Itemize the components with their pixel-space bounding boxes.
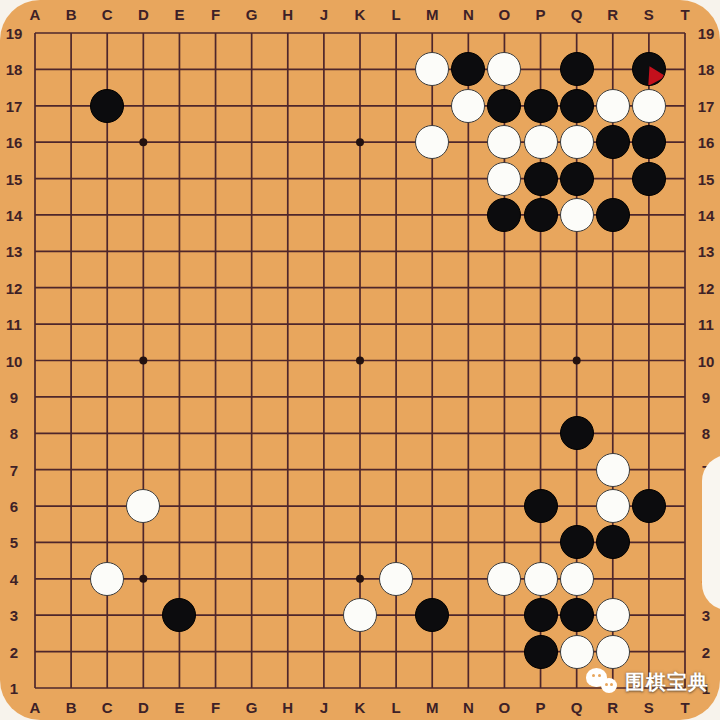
- black-stone-Q3: [560, 598, 594, 632]
- column-label-bottom: T: [680, 699, 689, 716]
- white-stone-R2: [596, 635, 630, 669]
- row-label-left: 18: [6, 61, 23, 78]
- column-label-top: J: [320, 6, 328, 23]
- row-label-right: 17: [698, 97, 715, 114]
- column-label-top: D: [138, 6, 149, 23]
- right-edge-panel-notch: [702, 455, 720, 610]
- row-label-right: 19: [698, 25, 715, 42]
- black-stone-R14: [596, 198, 630, 232]
- black-stone-P2: [524, 635, 558, 669]
- row-label-right: 12: [698, 279, 715, 296]
- app-watermark: 围棋宝典: [586, 666, 709, 698]
- column-label-bottom: N: [463, 699, 474, 716]
- white-stone-Q14: [560, 198, 594, 232]
- black-stone-S15: [632, 162, 666, 196]
- white-stone-Q16: [560, 125, 594, 159]
- go-board[interactable]: AABBCCDDEEFFGGHHJJKKLLMMNNOOPPQQRRSSTT19…: [0, 0, 720, 720]
- column-label-bottom: M: [426, 699, 439, 716]
- row-label-right: 14: [698, 206, 715, 223]
- column-label-top: K: [355, 6, 366, 23]
- row-label-left: 9: [10, 388, 18, 405]
- row-label-left: 19: [6, 25, 23, 42]
- column-label-bottom: C: [102, 699, 113, 716]
- star-point: [573, 357, 581, 365]
- row-label-right: 18: [698, 61, 715, 78]
- star-point: [356, 575, 364, 583]
- column-label-bottom: A: [30, 699, 41, 716]
- column-label-bottom: B: [66, 699, 77, 716]
- white-stone-R7: [596, 453, 630, 487]
- column-label-bottom: O: [499, 699, 511, 716]
- white-stone-Q4: [560, 562, 594, 596]
- black-stone-Q15: [560, 162, 594, 196]
- column-label-top: O: [499, 6, 511, 23]
- black-stone-P3: [524, 598, 558, 632]
- row-label-left: 13: [6, 243, 23, 260]
- row-label-right: 11: [698, 316, 714, 333]
- wechat-icon: [586, 667, 620, 697]
- black-stone-O17: [487, 89, 521, 123]
- column-label-top: A: [30, 6, 41, 23]
- last-move-marker: [633, 53, 665, 85]
- column-label-top: C: [102, 6, 113, 23]
- black-stone-R16: [596, 125, 630, 159]
- black-stone-R5: [596, 525, 630, 559]
- column-label-bottom: F: [211, 699, 220, 716]
- row-label-left: 4: [10, 570, 18, 587]
- column-label-top: L: [392, 6, 401, 23]
- column-label-top: N: [463, 6, 474, 23]
- row-label-left: 10: [6, 352, 23, 369]
- row-label-left: 12: [6, 279, 23, 296]
- column-label-bottom: R: [607, 699, 618, 716]
- white-stone-R6: [596, 489, 630, 523]
- column-label-bottom: Q: [571, 699, 583, 716]
- column-label-bottom: G: [246, 699, 258, 716]
- row-label-left: 1: [10, 680, 18, 697]
- column-label-bottom: D: [138, 699, 149, 716]
- column-label-top: Q: [571, 6, 583, 23]
- white-stone-S17: [632, 89, 666, 123]
- white-stone-O15: [487, 162, 521, 196]
- row-label-right: 16: [698, 134, 715, 151]
- row-label-right: 10: [698, 352, 715, 369]
- column-label-top: H: [282, 6, 293, 23]
- row-label-left: 5: [10, 534, 18, 551]
- white-stone-P4: [524, 562, 558, 596]
- black-stone-S16: [632, 125, 666, 159]
- column-label-top: G: [246, 6, 258, 23]
- black-stone-P6: [524, 489, 558, 523]
- row-label-right: 2: [702, 643, 710, 660]
- star-point: [139, 575, 147, 583]
- column-label-top: F: [211, 6, 220, 23]
- white-stone-Q2: [560, 635, 594, 669]
- white-stone-R3: [596, 598, 630, 632]
- column-label-bottom: E: [174, 699, 184, 716]
- column-label-top: M: [426, 6, 439, 23]
- column-label-bottom: K: [355, 699, 366, 716]
- white-stone-C4: [90, 562, 124, 596]
- black-stone-S18: [632, 52, 666, 86]
- black-stone-Q18: [560, 52, 594, 86]
- white-stone-R17: [596, 89, 630, 123]
- row-label-left: 2: [10, 643, 18, 660]
- black-stone-P17: [524, 89, 558, 123]
- row-label-right: 13: [698, 243, 715, 260]
- star-point: [356, 138, 364, 146]
- column-label-top: T: [680, 6, 689, 23]
- row-label-right: 3: [702, 607, 710, 624]
- star-point: [356, 357, 364, 365]
- column-label-bottom: J: [320, 699, 328, 716]
- black-stone-Q8: [560, 416, 594, 450]
- row-label-left: 11: [6, 316, 22, 333]
- row-label-left: 3: [10, 607, 18, 624]
- row-label-right: 9: [702, 388, 710, 405]
- black-stone-P14: [524, 198, 558, 232]
- white-stone-L4: [379, 562, 413, 596]
- black-stone-S6: [632, 489, 666, 523]
- row-label-right: 8: [702, 425, 710, 442]
- column-label-top: P: [536, 6, 546, 23]
- black-stone-Q5: [560, 525, 594, 559]
- column-label-top: S: [644, 6, 654, 23]
- row-label-left: 8: [10, 425, 18, 442]
- white-stone-N17: [451, 89, 485, 123]
- white-stone-P16: [524, 125, 558, 159]
- column-label-bottom: P: [536, 699, 546, 716]
- row-label-left: 17: [6, 97, 23, 114]
- row-label-right: 15: [698, 170, 715, 187]
- column-label-top: R: [607, 6, 618, 23]
- black-stone-Q17: [560, 89, 594, 123]
- row-label-left: 16: [6, 134, 23, 151]
- row-label-left: 14: [6, 206, 23, 223]
- star-point: [139, 138, 147, 146]
- white-stone-K3: [343, 598, 377, 632]
- column-label-bottom: S: [644, 699, 654, 716]
- row-label-left: 15: [6, 170, 23, 187]
- row-label-left: 6: [10, 498, 18, 515]
- column-label-top: E: [174, 6, 184, 23]
- watermark-text: 围棋宝典: [625, 669, 709, 696]
- black-stone-C17: [90, 89, 124, 123]
- column-label-top: B: [66, 6, 77, 23]
- column-label-bottom: H: [282, 699, 293, 716]
- page-background: AABBCCDDEEFFGGHHJJKKLLMMNNOOPPQQRRSSTT19…: [0, 0, 720, 720]
- column-label-bottom: L: [392, 699, 401, 716]
- row-label-left: 7: [10, 461, 18, 478]
- star-point: [139, 357, 147, 365]
- black-stone-P15: [524, 162, 558, 196]
